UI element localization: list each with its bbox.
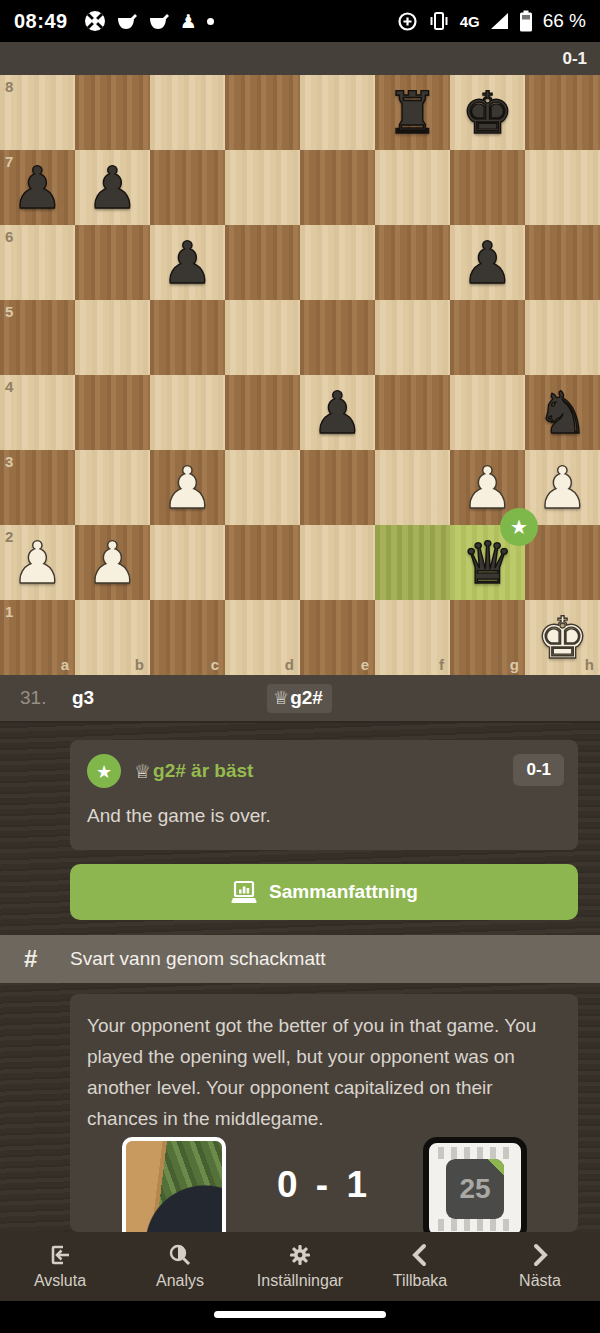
file-label: b [135,656,144,673]
square-a7[interactable]: 7♟ [0,150,75,225]
rank-label: 3 [5,453,13,470]
battery-percent-label: 66 % [543,10,586,32]
best-move-label: g2# är bäst [153,760,253,782]
file-label: f [439,656,444,673]
cpu-pins [438,1219,512,1231]
rank-label: 2 [5,528,13,545]
network-type-label: 4G [460,13,480,30]
square-c3[interactable]: ♟ [150,450,225,525]
square-c6[interactable]: ♟ [150,225,225,300]
square-h6[interactable] [525,225,600,300]
square-a5[interactable]: 5 [0,300,75,375]
square-f6[interactable] [375,225,450,300]
square-c4[interactable] [150,375,225,450]
square-f1[interactable]: f [375,600,450,675]
app-header: 0-1 [0,42,600,75]
square-e2[interactable] [300,525,375,600]
rank-label: 1 [5,603,13,620]
square-e6[interactable] [300,225,375,300]
fan-notification-icon [84,9,106,33]
game-report-paragraph: Your opponent got the better of you in t… [87,1010,561,1134]
more-notifications-dot [207,18,214,25]
nav-label: Nästa [519,1272,561,1290]
rank-label: 6 [5,228,13,245]
square-e4[interactable]: ♟ [300,375,375,450]
analysis-comment: And the game is over. [87,805,564,827]
square-a2[interactable]: 2♟ [0,525,75,600]
summary-button-label: Sammanfattning [269,881,418,903]
square-b2[interactable]: ♟ [75,525,150,600]
battery-icon [519,9,533,33]
cpu-pins [438,1147,512,1159]
nav-item-exit[interactable]: Avsluta [0,1232,120,1301]
square-c5[interactable] [150,300,225,375]
game-report-card: Your opponent got the better of you in t… [70,994,578,1232]
square-e3[interactable] [300,450,375,525]
square-b4[interactable] [75,375,150,450]
clock: 08:49 [14,10,68,33]
nav-item-settings[interactable]: Inställningar [240,1232,360,1301]
square-a1[interactable]: 1a [0,600,75,675]
piece-black-king: ♚ [450,75,525,150]
cup-notification-icon-2 [148,9,170,33]
square-h3[interactable]: ♟ [525,450,600,525]
result-banner-text: Svart vann genom schackmatt [70,948,326,970]
piece-black-pawn: ♟ [450,225,525,300]
square-g7[interactable] [450,150,525,225]
queen-icon: ♕ [273,687,289,708]
square-a3[interactable]: 3 [0,450,75,525]
square-c8[interactable] [150,75,225,150]
square-d8[interactable] [225,75,300,150]
file-label: d [285,656,294,673]
square-h5[interactable] [525,300,600,375]
square-g8[interactable]: ♚ [450,75,525,150]
file-label: a [61,656,69,673]
square-h2[interactable] [525,525,600,600]
best-move-star-icon: ★ [87,754,121,788]
square-b6[interactable] [75,225,150,300]
square-d4[interactable] [225,375,300,450]
piece-black-pawn: ♟ [150,225,225,300]
piece-white-pawn: ♟ [150,450,225,525]
nav-label: Avsluta [34,1272,86,1290]
analysis-icon [168,1243,193,1267]
square-c2[interactable] [150,525,225,600]
nav-item-next[interactable]: Nästa [480,1232,600,1301]
square-d6[interactable] [225,225,300,300]
report-chart-icon [230,880,258,905]
square-h1[interactable]: h♚ [525,600,600,675]
black-move-selected[interactable]: ♕ g2# [267,684,332,713]
file-label: g [510,656,519,673]
cup-notification-icon [116,9,138,33]
chip-notch [488,1159,504,1175]
rank-label: 4 [5,378,13,395]
result-banner: # Svart vann genom schackmatt [0,935,600,983]
best-move-star-badge: ★ [500,508,538,546]
square-f2[interactable] [375,525,450,600]
file-label: e [361,656,369,673]
move-number: 31. [20,687,72,709]
move-list-bar: 31. g3 ♕ g2# [0,675,600,723]
square-b1[interactable]: b [75,600,150,675]
chevron-left-icon [409,1243,431,1267]
square-f4[interactable] [375,375,450,450]
rank-label: 8 [5,78,13,95]
best-move-text: ♕ g2# är bäst [134,760,253,782]
nav-label: Tillbaka [393,1272,448,1290]
piece-black-knight: ♞ [525,375,600,450]
result-badge: 0-1 [513,754,564,786]
data-saver-icon [397,9,418,33]
square-b3[interactable] [75,450,150,525]
bot-level-label: 25 [459,1173,490,1205]
chess-board: 8♜♚7♟♟6♟♟54♟♞3♟♟♟2♟♟♛★1abcdefgh♚ [0,75,600,675]
square-h7[interactable] [525,150,600,225]
square-c7[interactable] [150,150,225,225]
square-g1[interactable]: g [450,600,525,675]
square-d1[interactable]: d [225,600,300,675]
checkmate-hash-icon: # [24,945,70,973]
square-b8[interactable] [75,75,150,150]
square-h8[interactable] [525,75,600,150]
chevron-right-icon [529,1243,551,1267]
gesture-bar [0,1301,600,1333]
nav-item-back[interactable]: Tillbaka [360,1232,480,1301]
square-f5[interactable] [375,300,450,375]
square-b7[interactable]: ♟ [75,150,150,225]
black-move-label: g2# [290,687,323,709]
piece-black-pawn: ♟ [300,375,375,450]
analysis-card: ★ ♕ g2# är bäst 0-1 And the game is over… [70,740,578,850]
square-d7[interactable] [225,150,300,225]
square-f8[interactable]: ♜ [375,75,450,150]
file-label: h [585,656,594,673]
queen-icon: ♕ [134,760,151,782]
cpu-chip-icon: 25 [446,1159,505,1220]
bot-avatar[interactable]: 25 [423,1137,527,1232]
square-d5[interactable] [225,300,300,375]
square-d2[interactable] [225,525,300,600]
square-e7[interactable] [300,150,375,225]
summary-button[interactable]: Sammanfattning [70,864,578,920]
square-f3[interactable] [375,450,450,525]
square-b5[interactable] [75,300,150,375]
square-f7[interactable] [375,150,450,225]
square-g4[interactable] [450,375,525,450]
piece-black-rook: ♜ [375,75,450,150]
rank-label: 5 [5,303,13,320]
square-e8[interactable] [300,75,375,150]
vibrate-icon [428,9,450,33]
square-a8[interactable]: 8 [0,75,75,150]
chess-pawn-notification-icon: ♟ [180,10,197,32]
file-label: c [211,656,219,673]
status-bar: 08:49 ♟ 4G 66 % [0,0,600,42]
square-a4[interactable]: 4 [0,375,75,450]
nav-label: Analys [156,1272,204,1290]
square-g2[interactable]: ♛★ [450,525,525,600]
rank-label: 7 [5,153,13,170]
game-result-header: 0-1 [562,49,587,69]
nav-label: Inställningar [257,1272,343,1290]
home-indicator[interactable] [214,1311,386,1318]
nav-item-analysis[interactable]: Analys [120,1232,240,1301]
square-e5[interactable] [300,300,375,375]
bottom-nav: Avsluta Analys Inställningar Tillbaka Nä… [0,1232,600,1301]
gear-icon [288,1243,312,1267]
square-d3[interactable] [225,450,300,525]
white-move[interactable]: g3 [72,687,222,709]
square-h4[interactable]: ♞ [525,375,600,450]
phone-screen: 08:49 ♟ 4G 66 % 0-1 8♜♚7♟♟6♟♟54♟♞3♟♟ [0,0,600,1333]
piece-black-pawn: ♟ [75,150,150,225]
signal-strength-icon [490,9,509,33]
square-e1[interactable]: e [300,600,375,675]
piece-white-pawn: ♟ [525,450,600,525]
piece-white-pawn: ♟ [75,525,150,600]
exit-icon [47,1243,73,1267]
square-g5[interactable] [450,300,525,375]
square-a6[interactable]: 6 [0,225,75,300]
square-g6[interactable]: ♟ [450,225,525,300]
square-c1[interactable]: c [150,600,225,675]
